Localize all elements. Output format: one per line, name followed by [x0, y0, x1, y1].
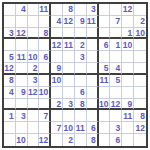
cell-r12c7[interactable] [75, 134, 87, 146]
cell-r7c2[interactable] [16, 75, 28, 87]
cell-r12c11[interactable] [122, 134, 134, 146]
cell-r3c3[interactable] [28, 28, 40, 40]
cell-r12c2[interactable]: 10 [16, 134, 28, 146]
cell-r5c12[interactable] [134, 51, 146, 63]
cell-r7c1[interactable]: 8 [4, 75, 16, 87]
cell-r2c5[interactable]: 4 [51, 16, 63, 28]
cell-r10c9[interactable] [99, 110, 111, 122]
cell-r1c5[interactable] [51, 4, 63, 16]
cell-r6c9[interactable]: 5 [99, 63, 111, 75]
cell-r8c6[interactable] [63, 87, 75, 99]
cell-r8c4[interactable]: 10 [39, 87, 51, 99]
cell-r9c5[interactable]: 2 [51, 99, 63, 111]
cell-r1c10[interactable] [110, 4, 122, 16]
cell-r2c1[interactable] [4, 16, 16, 28]
cell-r1c1[interactable] [4, 4, 16, 16]
cell-r3c2[interactable]: 12 [16, 28, 28, 40]
cell-r8c1[interactable]: 4 [4, 87, 16, 99]
cell-r5c11[interactable] [122, 51, 134, 63]
cell-r9c12[interactable] [134, 99, 146, 111]
cell-r3c12[interactable]: 10 [134, 28, 146, 40]
cell-r9c1[interactable] [4, 99, 16, 111]
cell-r2c12[interactable]: 2 [134, 16, 146, 28]
cell-r7c10[interactable]: 5 [110, 75, 122, 87]
cell-r11c1[interactable] [4, 122, 16, 134]
cell-r6c5[interactable]: 9 [51, 63, 63, 75]
cell-r11c6[interactable]: 10 [63, 122, 75, 134]
cell-r4c2[interactable] [16, 39, 28, 51]
cell-r10c11[interactable]: 11 [122, 110, 134, 122]
cell-r4c4[interactable] [39, 39, 51, 51]
cell-r3c9[interactable] [99, 28, 111, 40]
sudoku-board: 4118312412911723128110121126110511106312… [2, 2, 148, 148]
cell-r5c4[interactable]: 6 [39, 51, 51, 63]
cell-r12c12[interactable] [134, 134, 146, 146]
cell-r6c2[interactable] [16, 63, 28, 75]
cell-r8c12[interactable] [134, 87, 146, 99]
cell-r7c12[interactable] [134, 75, 146, 87]
cell-r2c2[interactable] [16, 16, 28, 28]
cell-r2c4[interactable] [39, 16, 51, 28]
cell-r3c5[interactable] [51, 28, 63, 40]
cell-r8c11[interactable] [122, 87, 134, 99]
cell-r12c3[interactable] [28, 134, 40, 146]
cell-r8c3[interactable]: 12 [28, 87, 40, 99]
cell-r11c9[interactable] [99, 122, 111, 134]
cell-r7c3[interactable]: 3 [28, 75, 40, 87]
cell-r10c1[interactable]: 1 [4, 110, 16, 122]
cell-r2c8[interactable]: 11 [87, 16, 99, 28]
cell-r6c11[interactable] [122, 63, 134, 75]
cell-r9c4[interactable] [39, 99, 51, 111]
cell-r4c12[interactable] [134, 39, 146, 51]
cell-r8c5[interactable] [51, 87, 63, 99]
cell-r6c8[interactable] [87, 63, 99, 75]
cell-r10c4[interactable]: 7 [39, 110, 51, 122]
cell-r6c12[interactable] [134, 63, 146, 75]
cell-r5c5[interactable] [51, 51, 63, 63]
cell-r5c7[interactable]: 3 [75, 51, 87, 63]
cell-r10c5[interactable] [51, 110, 63, 122]
cell-r1c11[interactable]: 12 [122, 4, 134, 16]
cell-r10c8[interactable] [87, 110, 99, 122]
cell-r8c8[interactable] [87, 87, 99, 99]
cell-r6c1[interactable]: 12 [4, 63, 16, 75]
cell-r11c4[interactable] [39, 122, 51, 134]
cell-r8c10[interactable] [110, 87, 122, 99]
cell-r10c3[interactable] [28, 110, 40, 122]
cell-r2c10[interactable]: 7 [110, 16, 122, 28]
cell-r1c6[interactable]: 8 [63, 4, 75, 16]
cell-r5c10[interactable] [110, 51, 122, 63]
cell-r4c5[interactable]: 12 [51, 39, 63, 51]
cell-r8c9[interactable] [99, 87, 111, 99]
cell-r12c4[interactable]: 12 [39, 134, 51, 146]
cell-r5c6[interactable] [63, 51, 75, 63]
cell-r4c6[interactable]: 11 [63, 39, 75, 51]
cell-r1c7[interactable] [75, 4, 87, 16]
cell-r11c8[interactable]: 6 [87, 122, 99, 134]
cell-r12c5[interactable] [51, 134, 63, 146]
cell-r12c6[interactable]: 2 [63, 134, 75, 146]
cell-r1c8[interactable]: 3 [87, 4, 99, 16]
cell-r7c5[interactable]: 10 [51, 75, 63, 87]
cell-r4c8[interactable] [87, 39, 99, 51]
cell-r7c4[interactable] [39, 75, 51, 87]
cell-r5c8[interactable] [87, 51, 99, 63]
cell-r4c1[interactable] [4, 39, 16, 51]
cell-r1c9[interactable] [99, 4, 111, 16]
cell-r7c7[interactable] [75, 75, 87, 87]
cell-r2c3[interactable] [28, 16, 40, 28]
cell-r11c5[interactable]: 7 [51, 122, 63, 134]
cell-r2c9[interactable] [99, 16, 111, 28]
cell-r11c3[interactable] [28, 122, 40, 134]
cell-r3c7[interactable] [75, 28, 87, 40]
cell-r3c1[interactable]: 3 [4, 28, 16, 40]
cell-r12c1[interactable] [4, 134, 16, 146]
cell-r3c8[interactable] [87, 28, 99, 40]
cell-r6c7[interactable] [75, 63, 87, 75]
cell-r11c11[interactable] [122, 122, 134, 134]
cell-r11c12[interactable]: 12 [134, 122, 146, 134]
cell-r10c7[interactable] [75, 110, 87, 122]
sudoku-page: 4118312412911723128110121126110511106312… [0, 0, 150, 150]
cell-r1c4[interactable]: 11 [39, 4, 51, 16]
cell-r10c12[interactable]: 8 [134, 110, 146, 122]
cell-r12c10[interactable]: 6 [110, 134, 122, 146]
cell-r11c10[interactable]: 3 [110, 122, 122, 134]
cell-r7c6[interactable] [63, 75, 75, 87]
cell-r9c10[interactable]: 12 [110, 99, 122, 111]
cell-r4c3[interactable] [28, 39, 40, 51]
cell-r4c7[interactable]: 2 [75, 39, 87, 51]
cell-r1c2[interactable]: 4 [16, 4, 28, 16]
cell-r5c3[interactable]: 10 [28, 51, 40, 63]
cell-r11c2[interactable] [16, 122, 28, 134]
cell-r6c4[interactable] [39, 63, 51, 75]
cell-r3c10[interactable] [110, 28, 122, 40]
cell-r7c11[interactable] [122, 75, 134, 87]
cell-r9c8[interactable] [87, 99, 99, 111]
cell-r11c7[interactable]: 11 [75, 122, 87, 134]
cell-r3c11[interactable]: 1 [122, 28, 134, 40]
cell-r5c2[interactable]: 11 [16, 51, 28, 63]
cell-r1c12[interactable] [134, 4, 146, 16]
cell-r3c6[interactable] [63, 28, 75, 40]
cell-r6c10[interactable]: 4 [110, 63, 122, 75]
cell-r7c8[interactable] [87, 75, 99, 87]
cell-r9c6[interactable]: 3 [63, 99, 75, 111]
cell-r1c3[interactable] [28, 4, 40, 16]
cell-r7c9[interactable]: 11 [99, 75, 111, 87]
cell-r10c10[interactable] [110, 110, 122, 122]
cell-r6c3[interactable]: 2 [28, 63, 40, 75]
cell-r4c9[interactable]: 6 [99, 39, 111, 51]
cell-r10c2[interactable]: 3 [16, 110, 28, 122]
cell-r9c2[interactable] [16, 99, 28, 111]
cell-r2c11[interactable] [122, 16, 134, 28]
cell-r10c6[interactable] [63, 110, 75, 122]
cell-r9c3[interactable] [28, 99, 40, 111]
cell-r9c11[interactable]: 9 [122, 99, 134, 111]
cell-r6c6[interactable] [63, 63, 75, 75]
cell-r12c9[interactable] [99, 134, 111, 146]
cell-r5c1[interactable]: 5 [4, 51, 16, 63]
cell-r8c2[interactable]: 9 [16, 87, 28, 99]
cell-r9c7[interactable]: 8 [75, 99, 87, 111]
cell-r8c7[interactable]: 6 [75, 87, 87, 99]
cell-r2c7[interactable]: 9 [75, 16, 87, 28]
cell-r12c8[interactable]: 8 [87, 134, 99, 146]
cell-r3c4[interactable]: 8 [39, 28, 51, 40]
cell-r4c11[interactable]: 10 [122, 39, 134, 51]
cell-r2c6[interactable]: 12 [63, 16, 75, 28]
cell-r4c10[interactable]: 1 [110, 39, 122, 51]
cell-r5c9[interactable] [99, 51, 111, 63]
cell-r9c9[interactable]: 10 [99, 99, 111, 111]
